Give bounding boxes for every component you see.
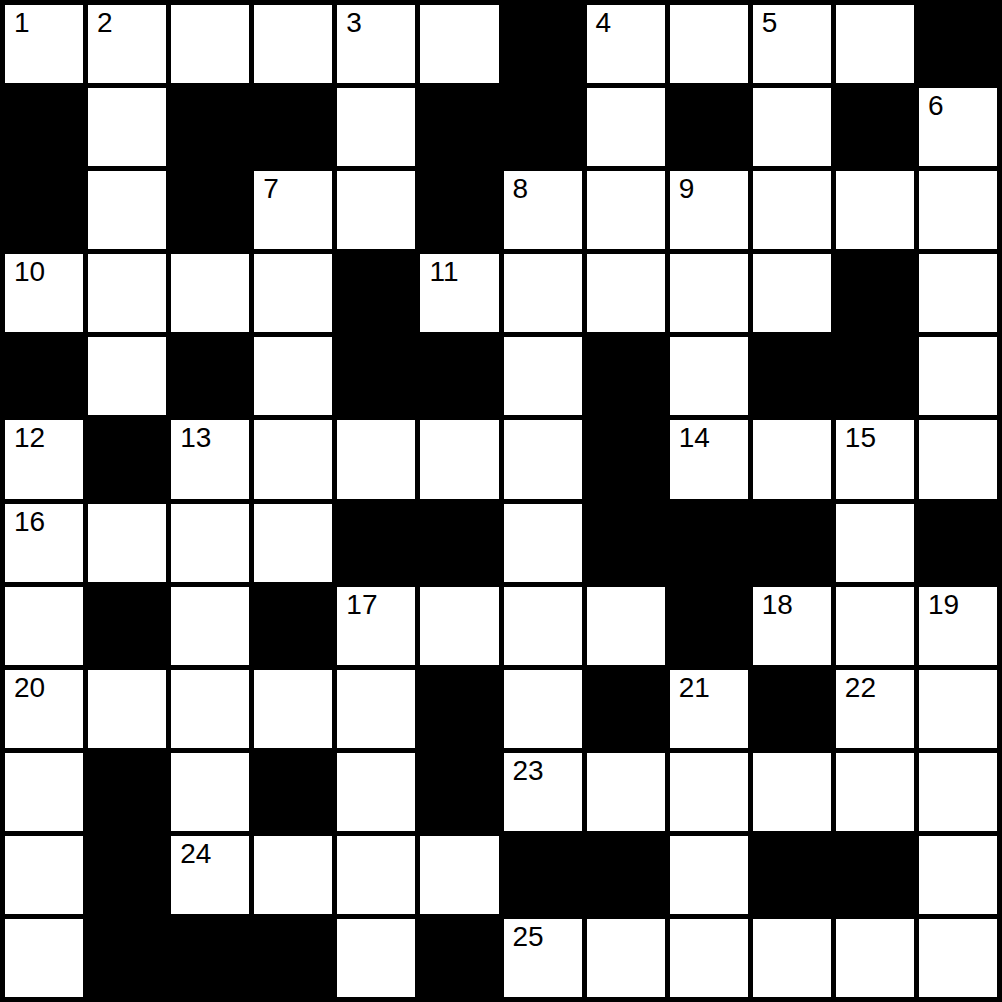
letter-cell[interactable] (670, 836, 748, 914)
blocked-cell (171, 171, 249, 249)
letter-cell[interactable]: 4 (587, 5, 665, 83)
clue-number: 3 (346, 9, 362, 37)
letter-cell[interactable] (836, 504, 914, 582)
letter-cell[interactable] (836, 919, 914, 997)
letter-cell[interactable] (420, 587, 498, 665)
blocked-cell (420, 504, 498, 582)
letter-cell[interactable] (670, 5, 748, 83)
letter-cell[interactable]: 13 (171, 420, 249, 498)
letter-cell[interactable]: 8 (504, 171, 582, 249)
letter-cell[interactable] (836, 171, 914, 249)
letter-cell[interactable] (504, 587, 582, 665)
letter-cell[interactable] (753, 254, 831, 332)
blocked-cell (254, 88, 332, 166)
blocked-cell (587, 504, 665, 582)
blocked-cell (753, 836, 831, 914)
blocked-cell (5, 337, 83, 415)
clue-number: 1 (14, 9, 30, 37)
clue-number: 5 (762, 9, 778, 37)
clue-number: 14 (679, 424, 710, 452)
blocked-cell (254, 919, 332, 997)
blocked-cell (88, 919, 166, 997)
blocked-cell (337, 254, 415, 332)
letter-cell[interactable] (670, 919, 748, 997)
clue-number: 15 (845, 424, 876, 452)
clue-number: 7 (263, 175, 279, 203)
letter-cell[interactable]: 6 (919, 88, 997, 166)
clue-number: 4 (596, 9, 612, 37)
blocked-cell (753, 337, 831, 415)
blocked-cell (504, 836, 582, 914)
letter-cell[interactable] (919, 171, 997, 249)
letter-cell[interactable] (587, 171, 665, 249)
blocked-cell (171, 88, 249, 166)
letter-cell[interactable] (88, 337, 166, 415)
clue-number: 10 (14, 258, 45, 286)
blocked-cell (88, 420, 166, 498)
letter-cell[interactable] (919, 670, 997, 748)
blocked-cell (836, 254, 914, 332)
clue-number: 25 (513, 923, 544, 951)
clue-number: 22 (845, 674, 876, 702)
letter-cell[interactable] (420, 836, 498, 914)
blocked-cell (420, 171, 498, 249)
letter-cell[interactable] (254, 5, 332, 83)
letter-cell[interactable] (753, 88, 831, 166)
blocked-cell (5, 171, 83, 249)
letter-cell[interactable] (504, 670, 582, 748)
letter-cell[interactable]: 9 (670, 171, 748, 249)
letter-cell[interactable] (171, 587, 249, 665)
letter-cell[interactable] (919, 420, 997, 498)
clue-number: 6 (928, 92, 944, 120)
letter-cell[interactable] (753, 753, 831, 831)
letter-cell[interactable] (254, 504, 332, 582)
letter-cell[interactable]: 16 (5, 504, 83, 582)
letter-cell[interactable]: 17 (337, 587, 415, 665)
letter-cell[interactable] (420, 420, 498, 498)
blocked-cell (587, 337, 665, 415)
letter-cell[interactable] (254, 254, 332, 332)
letter-cell[interactable] (337, 420, 415, 498)
clue-number: 17 (346, 591, 377, 619)
letter-cell[interactable]: 22 (836, 670, 914, 748)
letter-cell[interactable]: 2 (88, 5, 166, 83)
letter-cell[interactable] (88, 670, 166, 748)
letter-cell[interactable] (836, 587, 914, 665)
blocked-cell (420, 753, 498, 831)
letter-cell[interactable] (504, 337, 582, 415)
letter-cell[interactable] (504, 504, 582, 582)
letter-cell[interactable] (753, 420, 831, 498)
clue-number: 9 (679, 175, 695, 203)
letter-cell[interactable]: 5 (753, 5, 831, 83)
clue-number: 20 (14, 674, 45, 702)
blocked-cell (670, 587, 748, 665)
letter-cell[interactable] (337, 171, 415, 249)
crossword-grid: 1234567891011121314151617181920212223242… (0, 0, 1002, 1002)
blocked-cell (171, 919, 249, 997)
blocked-cell (836, 337, 914, 415)
letter-cell[interactable] (670, 753, 748, 831)
letter-cell[interactable] (5, 919, 83, 997)
clue-number: 16 (14, 508, 45, 536)
letter-cell[interactable] (670, 254, 748, 332)
letter-cell[interactable] (504, 254, 582, 332)
letter-cell[interactable] (5, 836, 83, 914)
blocked-cell (88, 753, 166, 831)
blocked-cell (504, 88, 582, 166)
letter-cell[interactable] (587, 919, 665, 997)
letter-cell[interactable] (171, 5, 249, 83)
blocked-cell (587, 670, 665, 748)
letter-cell[interactable] (504, 420, 582, 498)
blocked-cell (919, 5, 997, 83)
blocked-cell (587, 836, 665, 914)
letter-cell[interactable]: 21 (670, 670, 748, 748)
letter-cell[interactable] (88, 88, 166, 166)
blocked-cell (836, 836, 914, 914)
letter-cell[interactable]: 1 (5, 5, 83, 83)
letter-cell[interactable]: 11 (420, 254, 498, 332)
letter-cell[interactable] (919, 254, 997, 332)
letter-cell[interactable] (587, 254, 665, 332)
letter-cell[interactable] (337, 753, 415, 831)
letter-cell[interactable]: 25 (504, 919, 582, 997)
letter-cell[interactable]: 20 (5, 670, 83, 748)
clue-number: 13 (180, 424, 211, 452)
clue-number: 23 (513, 757, 544, 785)
letter-cell[interactable]: 24 (171, 836, 249, 914)
blocked-cell (420, 919, 498, 997)
letter-cell[interactable]: 7 (254, 171, 332, 249)
letter-cell[interactable] (670, 337, 748, 415)
clue-number: 8 (513, 175, 529, 203)
clue-number: 2 (97, 9, 113, 37)
blocked-cell (587, 420, 665, 498)
letter-cell[interactable] (919, 836, 997, 914)
letter-cell[interactable] (337, 919, 415, 997)
letter-cell[interactable] (254, 836, 332, 914)
letter-cell[interactable] (171, 753, 249, 831)
blocked-cell (753, 670, 831, 748)
letter-cell[interactable] (420, 5, 498, 83)
letter-cell[interactable] (171, 670, 249, 748)
letter-cell[interactable]: 3 (337, 5, 415, 83)
letter-cell[interactable] (88, 504, 166, 582)
clue-number: 12 (14, 424, 45, 452)
letter-cell[interactable] (88, 171, 166, 249)
blocked-cell (254, 587, 332, 665)
blocked-cell (420, 88, 498, 166)
blocked-cell (88, 587, 166, 665)
letter-cell[interactable] (5, 753, 83, 831)
letter-cell[interactable]: 23 (504, 753, 582, 831)
clue-number: 21 (679, 674, 710, 702)
letter-cell[interactable] (919, 919, 997, 997)
letter-cell[interactable] (919, 337, 997, 415)
blocked-cell (919, 504, 997, 582)
letter-cell[interactable] (836, 753, 914, 831)
blocked-cell (337, 504, 415, 582)
letter-cell[interactable] (587, 753, 665, 831)
letter-cell[interactable] (171, 504, 249, 582)
clue-number: 24 (180, 840, 211, 868)
blocked-cell (670, 504, 748, 582)
letter-cell[interactable]: 10 (5, 254, 83, 332)
letter-cell[interactable] (337, 88, 415, 166)
letter-cell[interactable] (337, 670, 415, 748)
letter-cell[interactable] (753, 919, 831, 997)
letter-cell[interactable]: 12 (5, 420, 83, 498)
clue-number: 18 (762, 591, 793, 619)
blocked-cell (171, 337, 249, 415)
letter-cell[interactable] (5, 587, 83, 665)
letter-cell[interactable] (337, 836, 415, 914)
letter-cell[interactable] (753, 171, 831, 249)
blocked-cell (88, 836, 166, 914)
blocked-cell (420, 670, 498, 748)
letter-cell[interactable]: 15 (836, 420, 914, 498)
blocked-cell (254, 753, 332, 831)
blocked-cell (836, 88, 914, 166)
letter-cell[interactable] (836, 5, 914, 83)
clue-number: 19 (928, 591, 959, 619)
letter-cell[interactable] (254, 337, 332, 415)
blocked-cell (420, 337, 498, 415)
letter-cell[interactable] (254, 670, 332, 748)
blocked-cell (670, 88, 748, 166)
letter-cell[interactable] (587, 587, 665, 665)
blocked-cell (337, 337, 415, 415)
letter-cell[interactable] (587, 88, 665, 166)
letter-cell[interactable] (254, 420, 332, 498)
letter-cell[interactable]: 14 (670, 420, 748, 498)
letter-cell[interactable] (88, 254, 166, 332)
letter-cell[interactable] (171, 254, 249, 332)
blocked-cell (753, 504, 831, 582)
letter-cell[interactable] (919, 753, 997, 831)
blocked-cell (504, 5, 582, 83)
blocked-cell (5, 88, 83, 166)
letter-cell[interactable]: 18 (753, 587, 831, 665)
clue-number: 11 (429, 258, 458, 286)
letter-cell[interactable]: 19 (919, 587, 997, 665)
